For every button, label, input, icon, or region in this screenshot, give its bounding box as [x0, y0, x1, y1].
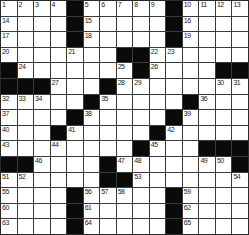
- cell-r2c9[interactable]: [133, 17, 149, 32]
- cell-r9c8[interactable]: [117, 126, 133, 141]
- cell-r14c4[interactable]: [51, 204, 67, 219]
- cell-r11c6[interactable]: [84, 157, 100, 172]
- black-square-r11c15: [232, 157, 248, 172]
- cell-r13c3[interactable]: [34, 188, 50, 203]
- clue-number-7: 7: [118, 1, 121, 9]
- cell-r11c4[interactable]: [51, 157, 67, 172]
- cell-r5c6[interactable]: [84, 63, 100, 78]
- clue-number-18: 18: [85, 32, 92, 40]
- cell-r6c9[interactable]: 29: [133, 79, 149, 94]
- cell-r2c10[interactable]: [150, 17, 166, 32]
- black-square-r13c5: [67, 188, 83, 203]
- cell-r7c4[interactable]: [51, 95, 67, 110]
- cell-r10c1[interactable]: 43: [1, 141, 17, 156]
- cell-r3c14[interactable]: [216, 32, 232, 47]
- cell-r5c11[interactable]: [166, 63, 182, 78]
- cell-r1c10[interactable]: 9: [150, 1, 166, 16]
- black-square-r11c1: [1, 157, 17, 172]
- clue-number-9: 9: [151, 1, 154, 9]
- clue-number-37: 37: [2, 110, 9, 118]
- clue-number-54: 54: [233, 173, 240, 181]
- cell-r6c6[interactable]: [84, 79, 100, 94]
- cell-r6c15[interactable]: 31: [232, 79, 248, 94]
- cell-r5c13[interactable]: [199, 63, 215, 78]
- cell-r12c11[interactable]: [166, 173, 182, 188]
- black-square-r4c8: [117, 48, 133, 63]
- cell-r5c8[interactable]: 25: [117, 63, 133, 78]
- cell-r15c2[interactable]: [18, 219, 34, 234]
- cell-r9c5[interactable]: 41: [67, 126, 83, 141]
- cell-r11c11[interactable]: [166, 157, 182, 172]
- cell-r7c5[interactable]: [67, 95, 83, 110]
- clue-number-13: 13: [233, 1, 240, 9]
- clue-number-63: 63: [2, 219, 9, 227]
- clue-number-61: 61: [85, 204, 92, 212]
- clue-number-11: 11: [200, 1, 206, 9]
- black-square-r2c5: [67, 17, 83, 32]
- cell-r2c1[interactable]: 14: [1, 17, 17, 32]
- cell-r14c7[interactable]: [100, 204, 116, 219]
- black-square-r6c7: [100, 79, 116, 94]
- clue-number-20: 20: [2, 48, 9, 56]
- cell-r5c10[interactable]: 26: [150, 63, 166, 78]
- cell-r2c3[interactable]: [34, 17, 50, 32]
- clue-number-19: 19: [184, 32, 191, 40]
- clue-number-65: 65: [184, 219, 191, 227]
- cell-r11c12[interactable]: [183, 157, 199, 172]
- clue-number-21: 21: [68, 48, 75, 56]
- black-square-r11c2: [18, 157, 34, 172]
- cell-r8c14[interactable]: [216, 110, 232, 125]
- cell-r1c7[interactable]: 6: [100, 1, 116, 16]
- cell-r9c2[interactable]: [18, 126, 34, 141]
- cell-r1c14[interactable]: 12: [216, 1, 232, 16]
- cell-r14c3[interactable]: [34, 204, 50, 219]
- cell-r12c1[interactable]: 51: [1, 173, 17, 188]
- black-square-r3c11: [166, 32, 182, 47]
- clue-number-26: 26: [151, 63, 158, 71]
- cell-r12c13[interactable]: [199, 173, 215, 188]
- clue-number-4: 4: [52, 1, 55, 9]
- clue-number-50: 50: [217, 157, 224, 165]
- cell-r10c3[interactable]: [34, 141, 50, 156]
- cell-r14c12[interactable]: 62: [183, 204, 199, 219]
- clue-number-56: 56: [85, 188, 92, 196]
- cell-r3c9[interactable]: [133, 32, 149, 47]
- cell-r4c12[interactable]: [183, 48, 199, 63]
- cell-r13c15[interactable]: [232, 188, 248, 203]
- cell-r1c2[interactable]: 2: [18, 1, 34, 16]
- cell-r14c1[interactable]: 60: [1, 204, 17, 219]
- cell-r8c13[interactable]: [199, 110, 215, 125]
- cell-r6c8[interactable]: 28: [117, 79, 133, 94]
- clue-number-3: 3: [35, 1, 38, 9]
- cell-r3c7[interactable]: [100, 32, 116, 47]
- cell-r9c14[interactable]: [216, 126, 232, 141]
- black-square-r15c5: [67, 219, 83, 234]
- clue-number-16: 16: [184, 17, 191, 25]
- cell-r13c7[interactable]: 57: [100, 188, 116, 203]
- black-square-r11c7: [100, 157, 116, 172]
- cell-r12c14[interactable]: [216, 173, 232, 188]
- clue-number-1: 1: [2, 1, 5, 9]
- cell-r13c1[interactable]: 55: [1, 188, 17, 203]
- black-square-r4c9: [133, 48, 149, 63]
- clue-number-27: 27: [52, 79, 59, 87]
- cell-r9c12[interactable]: [183, 126, 199, 141]
- cell-r7c3[interactable]: 34: [34, 95, 50, 110]
- cell-r8c8[interactable]: [117, 110, 133, 125]
- cell-r12c4[interactable]: [51, 173, 67, 188]
- cell-r2c8[interactable]: [117, 17, 133, 32]
- cell-r10c12[interactable]: [183, 141, 199, 156]
- cell-r9c3[interactable]: [34, 126, 50, 141]
- cell-r2c13[interactable]: [199, 17, 215, 32]
- clue-number-49: 49: [200, 157, 207, 165]
- clue-number-60: 60: [2, 204, 9, 212]
- cell-r3c6[interactable]: 18: [84, 32, 100, 47]
- cell-r1c4[interactable]: 4: [51, 1, 67, 16]
- cell-r1c6[interactable]: 5: [84, 1, 100, 16]
- cell-r4c5[interactable]: 21: [67, 48, 83, 63]
- black-square-r10c15: [232, 141, 248, 156]
- cell-r15c7[interactable]: [100, 219, 116, 234]
- cell-r15c9[interactable]: [133, 219, 149, 234]
- cell-r15c3[interactable]: [34, 219, 50, 234]
- cell-r13c13[interactable]: [199, 188, 215, 203]
- clue-number-25: 25: [118, 63, 125, 71]
- black-square-r9c10: [150, 126, 166, 141]
- cell-r1c8[interactable]: 7: [117, 1, 133, 16]
- cell-r11c3[interactable]: 46: [34, 157, 50, 172]
- cell-r15c12[interactable]: 65: [183, 219, 199, 234]
- clue-number-12: 12: [217, 1, 224, 9]
- black-square-r9c4: [51, 126, 67, 141]
- cell-r4c2[interactable]: [18, 48, 34, 63]
- cell-r10c8[interactable]: [117, 141, 133, 156]
- cell-r15c14[interactable]: [216, 219, 232, 234]
- black-square-r7c6: [84, 95, 100, 110]
- clue-number-23: 23: [167, 48, 174, 56]
- cell-r4c6[interactable]: [84, 48, 100, 63]
- clue-number-59: 59: [184, 188, 191, 196]
- cell-r15c15[interactable]: [232, 219, 248, 234]
- cell-r8c4[interactable]: [51, 110, 67, 125]
- cell-r9c1[interactable]: 40: [1, 126, 17, 141]
- cell-r5c12[interactable]: [183, 63, 199, 78]
- black-square-r6c1: [1, 79, 17, 94]
- cell-r3c13[interactable]: [199, 32, 215, 47]
- cell-r12c5[interactable]: [67, 173, 83, 188]
- black-square-r10c14: [216, 141, 232, 156]
- cell-r2c14[interactable]: [216, 17, 232, 32]
- cell-r2c4[interactable]: [51, 17, 67, 32]
- cell-r1c3[interactable]: 3: [34, 1, 50, 16]
- black-square-r14c11: [166, 204, 182, 219]
- cell-r4c4[interactable]: [51, 48, 67, 63]
- black-square-r6c3: [34, 79, 50, 94]
- cell-r5c7[interactable]: [100, 63, 116, 78]
- cell-r6c13[interactable]: [199, 79, 215, 94]
- clue-number-57: 57: [101, 188, 108, 196]
- cell-r13c8[interactable]: 58: [117, 188, 133, 203]
- cell-r13c10[interactable]: [150, 188, 166, 203]
- clue-number-53: 53: [134, 173, 141, 181]
- clue-number-14: 14: [2, 17, 9, 25]
- cell-r8c2[interactable]: [18, 110, 34, 125]
- black-square-r8c11: [166, 110, 182, 125]
- clue-number-62: 62: [184, 204, 191, 212]
- clue-number-41: 41: [68, 126, 75, 134]
- clue-number-31: 31: [233, 79, 240, 87]
- cell-r7c11[interactable]: [166, 95, 182, 110]
- cell-r1c12[interactable]: 10: [183, 1, 199, 16]
- cell-r11c9[interactable]: 48: [133, 157, 149, 172]
- cell-r2c7[interactable]: [100, 17, 116, 32]
- cell-r15c10[interactable]: [150, 219, 166, 234]
- clue-number-30: 30: [217, 79, 224, 87]
- clue-number-24: 24: [19, 63, 26, 71]
- cell-r8c9[interactable]: [133, 110, 149, 125]
- clue-number-29: 29: [134, 79, 141, 87]
- cell-r4c13[interactable]: [199, 48, 215, 63]
- cell-r14c15[interactable]: [232, 204, 248, 219]
- black-square-r5c9: [133, 63, 149, 78]
- cell-r9c15[interactable]: [232, 126, 248, 141]
- cell-r6c5[interactable]: [67, 79, 83, 94]
- clue-number-5: 5: [85, 1, 88, 9]
- black-square-r1c5: [67, 1, 83, 16]
- cell-r15c6[interactable]: 64: [84, 219, 100, 234]
- cell-r9c13[interactable]: [199, 126, 215, 141]
- cell-r8c7[interactable]: [100, 110, 116, 125]
- cell-r6c11[interactable]: [166, 79, 182, 94]
- clue-number-2: 2: [19, 1, 22, 9]
- cell-r15c8[interactable]: [117, 219, 133, 234]
- cell-r11c14[interactable]: 50: [216, 157, 232, 172]
- cell-r8c12[interactable]: 39: [183, 110, 199, 125]
- cell-r15c13[interactable]: [199, 219, 215, 234]
- clue-number-44: 44: [52, 141, 59, 149]
- clue-number-22: 22: [151, 48, 158, 56]
- cell-r12c10[interactable]: [150, 173, 166, 188]
- cell-r5c2[interactable]: 24: [18, 63, 34, 78]
- cell-r7c8[interactable]: [117, 95, 133, 110]
- cell-r9c9[interactable]: [133, 126, 149, 141]
- clue-number-15: 15: [85, 17, 92, 25]
- clue-number-28: 28: [118, 79, 125, 87]
- clue-number-10: 10: [184, 1, 191, 9]
- cell-r8c6[interactable]: 38: [84, 110, 100, 125]
- cell-r14c9[interactable]: [133, 204, 149, 219]
- crossword-grid: 1234567891011121314151617181920212223242…: [0, 0, 249, 235]
- cell-r1c15[interactable]: 13: [232, 1, 248, 16]
- cell-r5c3[interactable]: [34, 63, 50, 78]
- clue-number-52: 52: [19, 173, 26, 181]
- cell-r8c10[interactable]: [150, 110, 166, 125]
- black-square-r12c8: [117, 173, 133, 188]
- cell-r10c4[interactable]: 44: [51, 141, 67, 156]
- cell-r6c4[interactable]: 27: [51, 79, 67, 94]
- cell-r12c12[interactable]: [183, 173, 199, 188]
- clue-number-17: 17: [2, 32, 9, 40]
- clue-number-36: 36: [200, 95, 207, 103]
- cell-r13c14[interactable]: [216, 188, 232, 203]
- cell-r7c15[interactable]: [232, 95, 248, 110]
- clue-number-46: 46: [35, 157, 42, 165]
- cell-r12c15[interactable]: 54: [232, 173, 248, 188]
- cell-r9c6[interactable]: [84, 126, 100, 141]
- cell-r1c13[interactable]: 11: [199, 1, 215, 16]
- cell-r3c12[interactable]: 19: [183, 32, 199, 47]
- cell-r7c2[interactable]: 33: [18, 95, 34, 110]
- cell-r6c14[interactable]: 30: [216, 79, 232, 94]
- cell-r3c4[interactable]: [51, 32, 67, 47]
- cell-r3c8[interactable]: [117, 32, 133, 47]
- cell-r6c10[interactable]: [150, 79, 166, 94]
- black-square-r1c11: [166, 1, 182, 16]
- cell-r14c8[interactable]: [117, 204, 133, 219]
- cell-r4c15[interactable]: [232, 48, 248, 63]
- cell-r3c15[interactable]: [232, 32, 248, 47]
- clue-number-6: 6: [101, 1, 104, 9]
- cell-r14c13[interactable]: [199, 204, 215, 219]
- cell-r8c1[interactable]: 37: [1, 110, 17, 125]
- cell-r3c10[interactable]: [150, 32, 166, 47]
- cell-r12c9[interactable]: 53: [133, 173, 149, 188]
- cell-r4c1[interactable]: 20: [1, 48, 17, 63]
- cell-r9c11[interactable]: 42: [166, 126, 182, 141]
- cell-r4c3[interactable]: [34, 48, 50, 63]
- cell-r10c11[interactable]: [166, 141, 182, 156]
- cell-r15c1[interactable]: 63: [1, 219, 17, 234]
- cell-r2c2[interactable]: [18, 17, 34, 32]
- cell-r3c3[interactable]: [34, 32, 50, 47]
- clue-number-35: 35: [101, 95, 108, 103]
- cell-r13c2[interactable]: [18, 188, 34, 203]
- cell-r5c4[interactable]: [51, 63, 67, 78]
- cell-r11c13[interactable]: 49: [199, 157, 215, 172]
- clue-number-64: 64: [85, 219, 92, 227]
- cell-r15c4[interactable]: [51, 219, 67, 234]
- clue-number-45: 45: [151, 141, 158, 149]
- clue-number-58: 58: [118, 188, 125, 196]
- clue-number-47: 47: [118, 157, 125, 165]
- black-square-r3c5: [67, 32, 83, 47]
- cell-r12c2[interactable]: 52: [18, 173, 34, 188]
- clue-number-34: 34: [35, 95, 42, 103]
- black-square-r8c5: [67, 110, 83, 125]
- cell-r1c1[interactable]: 1: [1, 1, 17, 16]
- clue-number-55: 55: [2, 188, 9, 196]
- cell-r8c3[interactable]: [34, 110, 50, 125]
- cell-r12c6[interactable]: [84, 173, 100, 188]
- cell-r4c10[interactable]: 22: [150, 48, 166, 63]
- cell-r12c3[interactable]: [34, 173, 50, 188]
- clue-number-38: 38: [85, 110, 92, 118]
- cell-r14c14[interactable]: [216, 204, 232, 219]
- cell-r2c6[interactable]: 15: [84, 17, 100, 32]
- clue-number-39: 39: [184, 110, 191, 118]
- clue-number-42: 42: [167, 126, 174, 134]
- black-square-r5c14: [216, 63, 232, 78]
- cell-r13c6[interactable]: 56: [84, 188, 100, 203]
- black-square-r5c1: [1, 63, 17, 78]
- black-square-r12c7: [100, 173, 116, 188]
- cell-r4c11[interactable]: 23: [166, 48, 182, 63]
- clue-number-8: 8: [134, 1, 137, 9]
- black-square-r7c12: [183, 95, 199, 110]
- cell-r10c10[interactable]: 45: [150, 141, 166, 156]
- black-square-r6c2: [18, 79, 34, 94]
- clue-number-51: 51: [2, 173, 9, 181]
- cell-r13c12[interactable]: 59: [183, 188, 199, 203]
- cell-r2c15[interactable]: [232, 17, 248, 32]
- black-square-r2c11: [166, 17, 182, 32]
- clue-number-43: 43: [2, 141, 9, 149]
- cell-r10c5[interactable]: [67, 141, 83, 156]
- crossword-board: 1234567891011121314151617181920212223242…: [0, 0, 249, 235]
- cell-r11c8[interactable]: 47: [117, 157, 133, 172]
- cell-r7c10[interactable]: [150, 95, 166, 110]
- cell-r10c2[interactable]: [18, 141, 34, 156]
- cell-r1c9[interactable]: 8: [133, 1, 149, 16]
- clue-number-32: 32: [2, 95, 9, 103]
- cell-r3c2[interactable]: [18, 32, 34, 47]
- cell-r14c2[interactable]: [18, 204, 34, 219]
- cell-r6c12[interactable]: [183, 79, 199, 94]
- black-square-r14c5: [67, 204, 83, 219]
- cell-r7c1[interactable]: 32: [1, 95, 17, 110]
- cell-r10c6[interactable]: [84, 141, 100, 156]
- clue-number-33: 33: [19, 95, 26, 103]
- cell-r7c7[interactable]: 35: [100, 95, 116, 110]
- cell-r11c5[interactable]: [67, 157, 83, 172]
- cell-r14c10[interactable]: [150, 204, 166, 219]
- cell-r7c9[interactable]: [133, 95, 149, 110]
- clue-number-48: 48: [134, 157, 141, 165]
- cell-r14c6[interactable]: 61: [84, 204, 100, 219]
- cell-r9c7[interactable]: [100, 126, 116, 141]
- black-square-r10c9: [133, 141, 149, 156]
- cell-r13c4[interactable]: [51, 188, 67, 203]
- black-square-r15c11: [166, 219, 182, 234]
- cell-r7c14[interactable]: [216, 95, 232, 110]
- clue-number-40: 40: [2, 126, 9, 134]
- cell-r13c9[interactable]: [133, 188, 149, 203]
- cell-r4c14[interactable]: [216, 48, 232, 63]
- cell-r4c7[interactable]: [100, 48, 116, 63]
- cell-r7c13[interactable]: 36: [199, 95, 215, 110]
- cell-r10c7[interactable]: [100, 141, 116, 156]
- cell-r3c1[interactable]: 17: [1, 32, 17, 47]
- black-square-r5c15: [232, 63, 248, 78]
- cell-r8c15[interactable]: [232, 110, 248, 125]
- cell-r11c10[interactable]: [150, 157, 166, 172]
- black-square-r10c13: [199, 141, 215, 156]
- cell-r5c5[interactable]: [67, 63, 83, 78]
- black-square-r13c11: [166, 188, 182, 203]
- cell-r2c12[interactable]: 16: [183, 17, 199, 32]
